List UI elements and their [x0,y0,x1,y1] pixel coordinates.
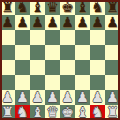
square-g5[interactable] [90,45,105,60]
square-b8[interactable]: ♞ [15,0,30,15]
square-d2[interactable]: ♟ [45,90,60,105]
square-e4[interactable] [60,60,75,75]
piece-black-pawn: ♟ [61,15,74,30]
square-h5[interactable] [105,45,120,60]
square-e5[interactable] [60,45,75,60]
square-g4[interactable] [90,60,105,75]
square-b2[interactable]: ♟ [15,90,30,105]
square-b1[interactable]: ♞ [15,105,30,120]
square-d3[interactable] [45,75,60,90]
square-a5[interactable] [0,45,15,60]
square-b7[interactable]: ♟ [15,15,30,30]
piece-white-queen: ♛ [46,105,59,120]
piece-white-pawn: ♟ [1,90,14,105]
square-g2[interactable]: ♟ [90,90,105,105]
square-c5[interactable] [30,45,45,60]
piece-black-king: ♚ [61,0,74,15]
square-c1[interactable]: ♝ [30,105,45,120]
square-g7[interactable]: ♟ [90,15,105,30]
square-h6[interactable] [105,30,120,45]
piece-black-pawn: ♟ [1,15,14,30]
square-e1[interactable]: ♚ [60,105,75,120]
square-h1[interactable]: ♜ [105,105,120,120]
square-a4[interactable] [0,60,15,75]
square-d7[interactable]: ♟ [45,15,60,30]
piece-white-king: ♚ [61,105,74,120]
piece-white-pawn: ♟ [61,90,74,105]
piece-black-bishop: ♝ [31,0,44,15]
piece-black-rook: ♜ [106,0,119,15]
piece-black-pawn: ♟ [106,15,119,30]
square-e8[interactable]: ♚ [60,0,75,15]
square-a2[interactable]: ♟ [0,90,15,105]
square-e3[interactable] [60,75,75,90]
square-a3[interactable] [0,75,15,90]
square-g1[interactable]: ♞ [90,105,105,120]
square-f4[interactable] [75,60,90,75]
square-e6[interactable] [60,30,75,45]
square-c7[interactable]: ♟ [30,15,45,30]
square-a7[interactable]: ♟ [0,15,15,30]
piece-white-pawn: ♟ [91,90,104,105]
square-h4[interactable] [105,60,120,75]
piece-black-pawn: ♟ [31,15,44,30]
piece-white-pawn: ♟ [31,90,44,105]
square-h2[interactable]: ♟ [105,90,120,105]
piece-white-pawn: ♟ [46,90,59,105]
square-b6[interactable] [15,30,30,45]
square-c8[interactable]: ♝ [30,0,45,15]
square-f5[interactable] [75,45,90,60]
piece-black-pawn: ♟ [16,15,29,30]
square-d6[interactable] [45,30,60,45]
piece-white-pawn: ♟ [76,90,89,105]
piece-black-knight: ♞ [91,0,104,15]
piece-white-knight: ♞ [16,105,29,120]
chess-board: ♜♞♝♛♚♝♞♜♟♟♟♟♟♟♟♟♟♟♟♟♟♟♟♟♜♞♝♛♚♝♞♜ [0,0,120,120]
square-g3[interactable] [90,75,105,90]
square-g6[interactable] [90,30,105,45]
piece-black-pawn: ♟ [76,15,89,30]
square-d1[interactable]: ♛ [45,105,60,120]
square-d8[interactable]: ♛ [45,0,60,15]
piece-white-rook: ♜ [106,105,119,120]
square-d5[interactable] [45,45,60,60]
square-b3[interactable] [15,75,30,90]
square-f3[interactable] [75,75,90,90]
piece-white-bishop: ♝ [76,105,89,120]
piece-black-knight: ♞ [16,0,29,15]
square-g8[interactable]: ♞ [90,0,105,15]
square-f7[interactable]: ♟ [75,15,90,30]
square-a6[interactable] [0,30,15,45]
square-e2[interactable]: ♟ [60,90,75,105]
square-f6[interactable] [75,30,90,45]
square-f1[interactable]: ♝ [75,105,90,120]
square-c2[interactable]: ♟ [30,90,45,105]
piece-black-pawn: ♟ [91,15,104,30]
square-d4[interactable] [45,60,60,75]
square-c3[interactable] [30,75,45,90]
piece-black-rook: ♜ [1,0,14,15]
square-h8[interactable]: ♜ [105,0,120,15]
piece-black-bishop: ♝ [76,0,89,15]
square-c6[interactable] [30,30,45,45]
square-c4[interactable] [30,60,45,75]
piece-white-bishop: ♝ [31,105,44,120]
piece-black-pawn: ♟ [46,15,59,30]
square-b5[interactable] [15,45,30,60]
square-e7[interactable]: ♟ [60,15,75,30]
square-h3[interactable] [105,75,120,90]
piece-black-queen: ♛ [46,0,59,15]
square-a1[interactable]: ♜ [0,105,15,120]
piece-white-knight: ♞ [91,105,104,120]
piece-white-pawn: ♟ [106,90,119,105]
square-a8[interactable]: ♜ [0,0,15,15]
square-h7[interactable]: ♟ [105,15,120,30]
square-f2[interactable]: ♟ [75,90,90,105]
piece-white-pawn: ♟ [16,90,29,105]
square-f8[interactable]: ♝ [75,0,90,15]
square-b4[interactable] [15,60,30,75]
piece-white-rook: ♜ [1,105,14,120]
